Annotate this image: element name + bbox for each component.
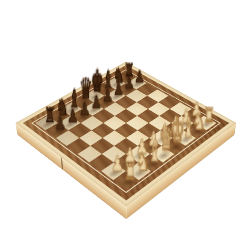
black-pawn: ♟ [113, 80, 124, 97]
black-pawn: ♟ [124, 74, 135, 91]
black-pawn: ♟ [102, 87, 113, 105]
board-squares: ♜♞♝♛♚♝♞♜♟♟♟♟♟♟♟♟♟♟♟♟♟♟♟♟♜♞♝♛♚♝♞♜ [35, 72, 216, 190]
black-pawn: ♟ [67, 107, 79, 126]
black-pawn: ♟ [91, 93, 102, 111]
black-pawn: ♟ [134, 68, 145, 85]
black-pawn: ♟ [79, 100, 91, 118]
chess-set-photo: ♜♞♝♛♚♝♞♜♟♟♟♟♟♟♟♟♟♟♟♟♟♟♟♟♜♞♝♛♚♝♞♜ [0, 0, 250, 250]
white-knight: ♞ [136, 149, 150, 174]
chess-board: ♜♞♝♛♚♝♞♜♟♟♟♟♟♟♟♟♟♟♟♟♟♟♟♟♜♞♝♛♚♝♞♜ [16, 62, 237, 207]
photo-stage: ♜♞♝♛♚♝♞♜♟♟♟♟♟♟♟♟♟♟♟♟♟♟♟♟♜♞♝♛♚♝♞♜ [0, 0, 250, 250]
board-rim: ♜♞♝♛♚♝♞♜♟♟♟♟♟♟♟♟♟♟♟♟♟♟♟♟♜♞♝♛♚♝♞♜ [16, 62, 237, 207]
white-rook: ♜ [124, 160, 137, 183]
black-pawn: ♟ [54, 114, 66, 133]
board-frame: ♜♞♝♛♚♝♞♜♟♟♟♟♟♟♟♟♟♟♟♟♟♟♟♟♜♞♝♛♚♝♞♜ [23, 65, 229, 200]
white-bishop: ♝ [148, 137, 162, 165]
white-pawn: ♟ [111, 153, 124, 174]
